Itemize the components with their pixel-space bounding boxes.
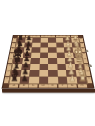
coordinate-plaque: B (18, 85, 27, 88)
square-f5 (39, 47, 47, 52)
square-f7: ♟ (23, 47, 32, 52)
board-front-edge (0, 89, 94, 93)
coordinate-plaque: H (77, 85, 86, 88)
coordinate-plaque: 2 (85, 70, 90, 76)
square-c3 (56, 64, 65, 70)
square-e8: ♚ (14, 53, 23, 58)
white-pawn-icon: ♟ (63, 75, 79, 83)
coordinate-plaque: 1 (4, 77, 9, 83)
square-e1: ♚ (72, 53, 81, 58)
square-d8: ♛ (12, 58, 22, 64)
coordinate-plaque: 5 (9, 53, 13, 58)
hinge-icon (85, 50, 88, 52)
square-a3 (57, 76, 67, 83)
square-a6 (28, 76, 38, 83)
coordinate-plaque: 5 (82, 53, 86, 58)
square-f1: ♝ (72, 47, 81, 52)
coordinate-strip-bottom: ABCDEFGH (8, 84, 87, 87)
square-c2: ♟ (65, 64, 75, 70)
chess-set-photo: ABCDEFGH ABCDEFGH 87654321 87654321 ♜♟♟♜… (8, 0, 88, 126)
square-d4 (48, 58, 57, 64)
square-c7: ♟ (20, 64, 30, 70)
coordinate-plaque: 7 (80, 43, 84, 47)
coordinate-plaque: 7 (11, 43, 15, 47)
board-grid: ♜♟♟♜♞♟♟♞♝♟♟♝♚♟♟♚♛♟♟♛♝♟♟♝♞♟♟♞♜♟♟♜ (9, 38, 86, 83)
square-e7: ♟ (22, 53, 31, 58)
square-a1: ♜ (76, 76, 87, 83)
square-a7: ♟ (19, 76, 29, 83)
square-c4 (48, 64, 57, 70)
coordinate-plaque: E (48, 85, 57, 88)
square-d5 (39, 58, 48, 64)
black-pawn-icon: ♟ (15, 75, 31, 83)
square-c6 (29, 64, 38, 70)
coordinate-plaque: 8 (12, 38, 16, 42)
square-a5 (38, 76, 48, 83)
coordinate-plaque: D (38, 85, 47, 88)
square-c1: ♝ (74, 64, 84, 70)
square-f3 (56, 47, 64, 52)
coordinate-plaque: A (9, 85, 18, 88)
square-e3 (56, 53, 65, 58)
coordinate-plaque: 8 (79, 38, 83, 42)
coordinate-plaque: 1 (86, 77, 91, 83)
square-e5 (39, 53, 48, 58)
coordinate-plaque: 4 (83, 58, 87, 63)
square-e4 (48, 53, 57, 58)
coordinate-plaque: 3 (6, 64, 10, 70)
square-d1: ♛ (73, 58, 83, 64)
square-c5 (38, 64, 47, 70)
square-d7: ♟ (21, 58, 30, 64)
square-f8: ♝ (14, 47, 23, 52)
chess-board: ABCDEFGH ABCDEFGH 87654321 87654321 ♜♟♟♜… (1, 35, 94, 89)
square-f2: ♟ (64, 47, 73, 52)
coordinate-plaque: 2 (5, 70, 10, 76)
square-c8: ♝ (11, 64, 21, 70)
square-a8: ♜ (9, 76, 20, 83)
square-e6 (31, 53, 40, 58)
square-a2: ♟ (66, 76, 76, 83)
square-e2: ♟ (64, 53, 73, 58)
coordinate-plaque: C (28, 85, 37, 88)
coordinate-plaque: G (67, 85, 76, 88)
square-d3 (56, 58, 65, 64)
coordinate-plaque: F (58, 85, 67, 88)
square-f6 (31, 47, 39, 52)
square-d2: ♟ (65, 58, 74, 64)
square-d6 (30, 58, 39, 64)
square-f4 (48, 47, 56, 52)
coordinate-plaque: 4 (8, 58, 12, 63)
coordinate-plaque: 6 (10, 48, 14, 53)
square-a4 (48, 76, 58, 83)
